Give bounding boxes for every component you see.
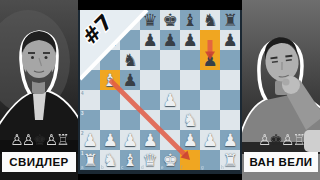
square-d4 [140, 90, 160, 110]
table-piece: ♚ [33, 131, 44, 149]
file-label-g: g [201, 165, 204, 170]
square-d8: ♛ [140, 10, 160, 30]
board-frame: 8♜♝♛♚♝♞♜7♟♟♟♟♟♟6♞♟5♝♟4♟3♞2♟♟♟♟♟♟♟1a♜b♞c♝… [78, 10, 242, 174]
left-player-panel: ♙♙♚♙♖ СВИДЛЕР [0, 0, 78, 180]
square-f8: ♝ [180, 10, 200, 30]
square-c5: ♟ [120, 70, 140, 90]
square-c2: ♟ [120, 130, 140, 150]
square-g7 [200, 30, 220, 50]
square-g3 [200, 110, 220, 130]
table-piece: ♙ [10, 131, 21, 149]
square-a3: 3 [80, 110, 100, 130]
white-pawn-c2: ♟ [120, 130, 140, 150]
white-queen-d1: ♛ [140, 150, 160, 170]
square-d7: ♟ [140, 30, 160, 50]
white-knight-f3: ♞ [180, 110, 200, 130]
white-pawn-f2: ♟ [180, 130, 200, 150]
square-e2 [160, 130, 180, 150]
square-d6 [140, 50, 160, 70]
square-e4: ♟ [160, 90, 180, 110]
square-f1: f [180, 150, 200, 170]
black-knight-c6: ♞ [120, 50, 140, 70]
square-b4 [100, 90, 120, 110]
square-b7: ♟ [100, 30, 120, 50]
square-b3 [100, 110, 120, 130]
rank-label-4: 4 [81, 91, 84, 96]
white-pawn-g2: ♟ [200, 130, 220, 150]
square-c4 [120, 90, 140, 110]
black-rook-a8: ♜ [80, 10, 100, 30]
square-b8 [100, 10, 120, 30]
white-bishop-c1: ♝ [120, 150, 140, 170]
square-h3 [220, 110, 240, 130]
square-b1: b♞ [100, 150, 120, 170]
black-pawn-e7: ♟ [160, 30, 180, 50]
black-king-e8: ♚ [160, 10, 180, 30]
white-rook-h1: ♜ [220, 150, 240, 170]
table-piece: ♖ [56, 131, 67, 149]
square-c6: ♞ [120, 50, 140, 70]
black-rook-h8: ♜ [220, 10, 240, 30]
square-f5 [180, 70, 200, 90]
square-e5 [160, 70, 180, 90]
black-pawn-c5: ♟ [120, 70, 140, 90]
square-c3 [120, 110, 140, 130]
square-a4: 4 [80, 90, 100, 110]
black-pawn-h7: ♟ [220, 30, 240, 50]
rank-label-5: 5 [81, 71, 84, 76]
white-pawn-d2: ♟ [140, 130, 160, 150]
square-e1: e♚ [160, 150, 180, 170]
white-pawn-b2: ♟ [100, 130, 120, 150]
square-a8: 8♜ [80, 10, 100, 30]
black-bishop-f8: ♝ [180, 10, 200, 30]
square-e7: ♟ [160, 30, 180, 50]
square-g5 [200, 70, 220, 90]
white-pawn-a2: ♟ [80, 130, 100, 150]
square-g2: ♟ [200, 130, 220, 150]
square-f2: ♟ [180, 130, 200, 150]
square-g1: g [200, 150, 220, 170]
square-c7 [120, 30, 140, 50]
square-h4 [220, 90, 240, 110]
square-h8: ♜ [220, 10, 240, 30]
square-g8: ♞ [200, 10, 220, 30]
square-c1: c♝ [120, 150, 140, 170]
white-knight-b1: ♞ [100, 150, 120, 170]
square-a7: 7♟ [80, 30, 100, 50]
right-player-name: ВАН ВЕЛИ [244, 152, 318, 172]
square-h5 [220, 70, 240, 90]
square-d1: d♛ [140, 150, 160, 170]
square-h1: h♜ [220, 150, 240, 170]
square-f6 [180, 50, 200, 70]
black-pawn-g6: ♟ [200, 50, 220, 70]
white-king-e1: ♚ [160, 150, 180, 170]
black-pawn-d7: ♟ [140, 30, 160, 50]
square-b5: ♝ [100, 70, 120, 90]
file-label-f: f [181, 165, 183, 170]
square-a5: 5 [80, 70, 100, 90]
table-piece: ♙ [281, 131, 292, 149]
square-f3: ♞ [180, 110, 200, 130]
table-piece: ♙ [258, 131, 269, 149]
black-knight-g8: ♞ [200, 10, 220, 30]
square-f4 [180, 90, 200, 110]
square-a1: 1a♜ [80, 150, 100, 170]
white-bishop-b5: ♝ [100, 70, 120, 90]
square-g6: ♟ [200, 50, 220, 70]
chess-clock [304, 130, 320, 152]
square-g4 [200, 90, 220, 110]
square-h6 [220, 50, 240, 70]
table-piece: ♙ [22, 131, 33, 149]
chess-board: 8♜♝♛♚♝♞♜7♟♟♟♟♟♟6♞♟5♝♟4♟3♞2♟♟♟♟♟♟♟1a♜b♞c♝… [80, 10, 240, 170]
video-thumbnail[interactable]: { "game": "chess", "thumbnail": { "episo… [0, 0, 320, 180]
black-pawn-b7: ♟ [100, 30, 120, 50]
square-h7: ♟ [220, 30, 240, 50]
square-a2: 2♟ [80, 130, 100, 150]
black-pawn-a7: ♟ [80, 30, 100, 50]
square-e3 [160, 110, 180, 130]
square-a6: 6 [80, 50, 100, 70]
square-e8: ♚ [160, 10, 180, 30]
square-b6 [100, 50, 120, 70]
square-d5 [140, 70, 160, 90]
black-bishop-c8: ♝ [120, 10, 140, 30]
black-queen-d8: ♛ [140, 10, 160, 30]
square-c8: ♝ [120, 10, 140, 30]
rank-label-6: 6 [81, 51, 84, 56]
white-rook-a1: ♜ [80, 150, 100, 170]
table-piece: ♚ [270, 131, 281, 149]
left-table-pieces: ♙♙♚♙♖ [0, 127, 78, 153]
square-e6 [160, 50, 180, 70]
square-b2: ♟ [100, 130, 120, 150]
square-d2: ♟ [140, 130, 160, 150]
white-pawn-h2: ♟ [220, 130, 240, 150]
right-player-panel: ♙♚♙♖ ВАН ВЕЛИ [242, 0, 320, 180]
black-pawn-f7: ♟ [180, 30, 200, 50]
square-f7: ♟ [180, 30, 200, 50]
table-piece: ♖ [292, 131, 303, 149]
square-h2: ♟ [220, 130, 240, 150]
white-pawn-e4: ♟ [160, 90, 180, 110]
square-d3 [140, 110, 160, 130]
left-player-name: СВИДЛЕР [2, 152, 76, 172]
table-piece: ♙ [45, 131, 56, 149]
rank-label-3: 3 [81, 111, 84, 116]
